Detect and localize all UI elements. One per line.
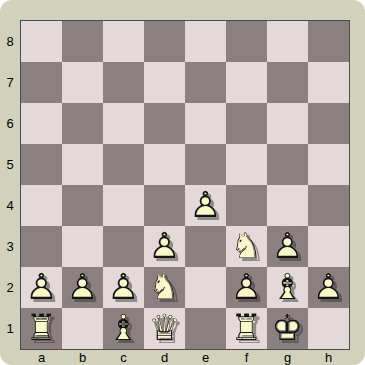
square-c7[interactable] (103, 62, 144, 103)
piece-white-pawn[interactable]: ♟♙ (267, 226, 308, 267)
square-a6[interactable] (21, 103, 62, 144)
pawn-glyph-fill: ♟ (62, 267, 103, 308)
piece-white-rook[interactable]: ♜♖ (21, 308, 62, 349)
square-c1[interactable]: ♝♗ (103, 308, 144, 349)
piece-white-pawn[interactable]: ♟♙ (308, 267, 349, 308)
rank-label-4: 4 (0, 185, 20, 226)
square-b4[interactable] (62, 185, 103, 226)
bishop-glyph-outline: ♗ (103, 308, 144, 349)
square-b1[interactable] (62, 308, 103, 349)
file-label-d: d (144, 350, 185, 365)
chess-board-panel: 87654321 ♟♙♟♙♞♘♟♙♟♙♟♙♟♙♞♘♟♙♝♗♟♙♜♖♝♗♛♕♜♖♚… (0, 0, 365, 365)
file-label-a: a (21, 350, 62, 365)
rook-glyph-outline: ♖ (21, 308, 62, 349)
bishop-glyph-outline: ♗ (267, 267, 308, 308)
square-b8[interactable] (62, 21, 103, 62)
piece-white-king[interactable]: ♚♔ (267, 308, 308, 349)
pawn-glyph-fill: ♟ (226, 267, 267, 308)
pawn-glyph-outline: ♙ (226, 267, 267, 308)
knight-glyph-outline: ♘ (144, 267, 185, 308)
square-h5[interactable] (308, 144, 349, 185)
rank-label-3: 3 (0, 226, 20, 267)
file-label-f: f (226, 350, 267, 365)
file-label-b: b (62, 350, 103, 365)
square-b7[interactable] (62, 62, 103, 103)
piece-white-pawn[interactable]: ♟♙ (62, 267, 103, 308)
bishop-glyph-fill: ♝ (103, 308, 144, 349)
square-d6[interactable] (144, 103, 185, 144)
rank-label-8: 8 (0, 21, 20, 62)
queen-glyph-fill: ♛ (144, 308, 185, 349)
square-a2[interactable]: ♟♙ (21, 267, 62, 308)
square-c4[interactable] (103, 185, 144, 226)
file-label-h: h (308, 350, 349, 365)
chess-board[interactable]: ♟♙♟♙♞♘♟♙♟♙♟♙♟♙♞♘♟♙♝♗♟♙♜♖♝♗♛♕♜♖♚♔ (20, 20, 350, 350)
square-e7[interactable] (185, 62, 226, 103)
knight-glyph-fill: ♞ (144, 267, 185, 308)
square-a5[interactable] (21, 144, 62, 185)
square-h2[interactable]: ♟♙ (308, 267, 349, 308)
square-b5[interactable] (62, 144, 103, 185)
file-labels: abcdefgh (21, 350, 349, 365)
piece-white-rook[interactable]: ♜♖ (226, 308, 267, 349)
square-e2[interactable] (185, 267, 226, 308)
pawn-glyph-outline: ♙ (21, 267, 62, 308)
square-e4[interactable]: ♟♙ (185, 185, 226, 226)
pawn-glyph-fill: ♟ (267, 226, 308, 267)
bishop-glyph-fill: ♝ (267, 267, 308, 308)
knight-glyph-fill: ♞ (226, 226, 267, 267)
square-g7[interactable] (267, 62, 308, 103)
square-c3[interactable] (103, 226, 144, 267)
square-h3[interactable] (308, 226, 349, 267)
square-f3[interactable]: ♞♘ (226, 226, 267, 267)
square-d3[interactable]: ♟♙ (144, 226, 185, 267)
rank-label-5: 5 (0, 144, 20, 185)
square-b2[interactable]: ♟♙ (62, 267, 103, 308)
piece-white-pawn[interactable]: ♟♙ (21, 267, 62, 308)
piece-white-bishop[interactable]: ♝♗ (103, 308, 144, 349)
square-g3[interactable]: ♟♙ (267, 226, 308, 267)
square-d4[interactable] (144, 185, 185, 226)
pawn-glyph-fill: ♟ (21, 267, 62, 308)
square-c2[interactable]: ♟♙ (103, 267, 144, 308)
king-glyph-outline: ♔ (267, 308, 308, 349)
rank-label-2: 2 (0, 267, 20, 308)
rook-glyph-fill: ♜ (226, 308, 267, 349)
square-d5[interactable] (144, 144, 185, 185)
pawn-glyph-outline: ♙ (103, 267, 144, 308)
square-d8[interactable] (144, 21, 185, 62)
king-glyph-fill: ♚ (267, 308, 308, 349)
piece-white-pawn[interactable]: ♟♙ (144, 226, 185, 267)
square-c6[interactable] (103, 103, 144, 144)
square-f7[interactable] (226, 62, 267, 103)
rook-glyph-outline: ♖ (226, 308, 267, 349)
square-g2[interactable]: ♝♗ (267, 267, 308, 308)
piece-white-knight[interactable]: ♞♘ (226, 226, 267, 267)
piece-white-knight[interactable]: ♞♘ (144, 267, 185, 308)
square-d2[interactable]: ♞♘ (144, 267, 185, 308)
square-f2[interactable]: ♟♙ (226, 267, 267, 308)
square-e5[interactable] (185, 144, 226, 185)
square-d1[interactable]: ♛♕ (144, 308, 185, 349)
rank-label-6: 6 (0, 103, 20, 144)
pawn-glyph-outline: ♙ (267, 226, 308, 267)
square-e8[interactable] (185, 21, 226, 62)
piece-white-queen[interactable]: ♛♕ (144, 308, 185, 349)
square-f6[interactable] (226, 103, 267, 144)
square-g4[interactable] (267, 185, 308, 226)
pawn-glyph-fill: ♟ (144, 226, 185, 267)
piece-white-pawn[interactable]: ♟♙ (103, 267, 144, 308)
square-g6[interactable] (267, 103, 308, 144)
pawn-glyph-fill: ♟ (103, 267, 144, 308)
pawn-glyph-fill: ♟ (185, 185, 226, 226)
square-f8[interactable] (226, 21, 267, 62)
rank-labels: 87654321 (0, 21, 20, 349)
pawn-glyph-fill: ♟ (308, 267, 349, 308)
square-h7[interactable] (308, 62, 349, 103)
square-g1[interactable]: ♚♔ (267, 308, 308, 349)
pawn-glyph-outline: ♙ (62, 267, 103, 308)
square-c5[interactable] (103, 144, 144, 185)
pawn-glyph-outline: ♙ (308, 267, 349, 308)
square-a4[interactable] (21, 185, 62, 226)
rank-label-7: 7 (0, 62, 20, 103)
pawn-glyph-outline: ♙ (185, 185, 226, 226)
square-a3[interactable] (21, 226, 62, 267)
knight-glyph-outline: ♘ (226, 226, 267, 267)
file-label-e: e (185, 350, 226, 365)
square-e3[interactable] (185, 226, 226, 267)
file-label-c: c (103, 350, 144, 365)
square-b6[interactable] (62, 103, 103, 144)
square-f4[interactable] (226, 185, 267, 226)
piece-white-pawn[interactable]: ♟♙ (226, 267, 267, 308)
piece-white-pawn[interactable]: ♟♙ (185, 185, 226, 226)
square-h1[interactable] (308, 308, 349, 349)
square-f1[interactable]: ♜♖ (226, 308, 267, 349)
square-b3[interactable] (62, 226, 103, 267)
file-label-g: g (267, 350, 308, 365)
square-g5[interactable] (267, 144, 308, 185)
square-h4[interactable] (308, 185, 349, 226)
square-c8[interactable] (103, 21, 144, 62)
rank-label-1: 1 (0, 308, 20, 349)
square-a7[interactable] (21, 62, 62, 103)
square-h6[interactable] (308, 103, 349, 144)
square-f5[interactable] (226, 144, 267, 185)
square-g8[interactable] (267, 21, 308, 62)
square-d7[interactable] (144, 62, 185, 103)
square-a8[interactable] (21, 21, 62, 62)
pawn-glyph-outline: ♙ (144, 226, 185, 267)
square-e1[interactable] (185, 308, 226, 349)
piece-white-bishop[interactable]: ♝♗ (267, 267, 308, 308)
square-e6[interactable] (185, 103, 226, 144)
square-h8[interactable] (308, 21, 349, 62)
rook-glyph-fill: ♜ (21, 308, 62, 349)
queen-glyph-outline: ♕ (144, 308, 185, 349)
square-a1[interactable]: ♜♖ (21, 308, 62, 349)
